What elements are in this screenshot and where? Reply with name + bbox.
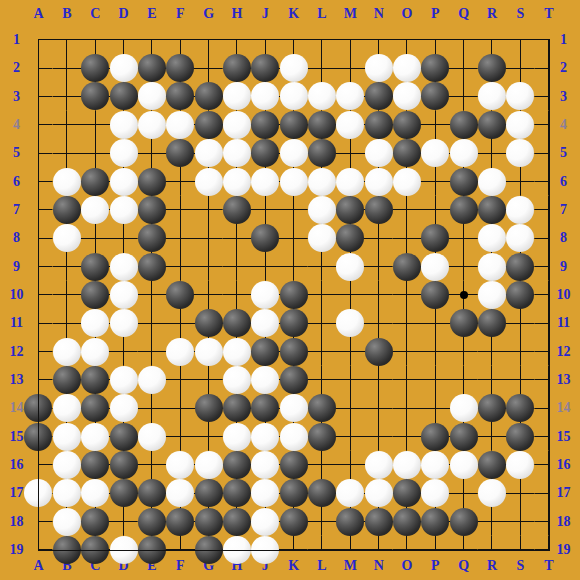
board-point[interactable] xyxy=(364,536,392,564)
board-point[interactable] xyxy=(449,26,477,54)
board-point[interactable] xyxy=(166,252,194,280)
board-point[interactable] xyxy=(279,167,307,195)
board-point[interactable] xyxy=(81,54,109,82)
board-point[interactable] xyxy=(449,479,477,507)
board-point[interactable] xyxy=(279,139,307,167)
board-point[interactable] xyxy=(53,394,81,422)
board-point[interactable] xyxy=(138,111,166,139)
board-point[interactable] xyxy=(251,111,279,139)
board-point[interactable] xyxy=(223,54,251,82)
board-point[interactable] xyxy=(53,507,81,535)
board-point[interactable] xyxy=(449,507,477,535)
board-point[interactable] xyxy=(166,82,194,110)
board-point[interactable] xyxy=(449,309,477,337)
board-point[interactable] xyxy=(421,26,449,54)
board-point[interactable] xyxy=(53,252,81,280)
board-point[interactable] xyxy=(166,54,194,82)
board-point[interactable] xyxy=(506,422,534,450)
board-point[interactable] xyxy=(24,167,52,195)
board-point[interactable] xyxy=(535,536,563,564)
board-point[interactable] xyxy=(364,337,392,365)
board-point[interactable] xyxy=(506,309,534,337)
board-point[interactable] xyxy=(393,252,421,280)
board-point[interactable] xyxy=(251,507,279,535)
board-point[interactable] xyxy=(535,111,563,139)
board-point[interactable] xyxy=(336,479,364,507)
board-point[interactable] xyxy=(506,366,534,394)
board-point[interactable] xyxy=(81,139,109,167)
board-point[interactable] xyxy=(81,422,109,450)
board-point[interactable] xyxy=(506,139,534,167)
board-point[interactable] xyxy=(308,479,336,507)
board-point[interactable] xyxy=(393,167,421,195)
board-point[interactable] xyxy=(308,366,336,394)
board-point[interactable] xyxy=(109,252,137,280)
board-point[interactable] xyxy=(138,366,166,394)
board-point[interactable] xyxy=(81,167,109,195)
board-point[interactable] xyxy=(223,337,251,365)
board-point[interactable] xyxy=(223,82,251,110)
board-point[interactable] xyxy=(393,536,421,564)
board-point[interactable] xyxy=(109,196,137,224)
board-point[interactable] xyxy=(336,26,364,54)
board-point[interactable] xyxy=(393,309,421,337)
board-point[interactable] xyxy=(535,309,563,337)
board-point[interactable] xyxy=(535,167,563,195)
board-point[interactable] xyxy=(194,366,222,394)
board-point[interactable] xyxy=(166,536,194,564)
board-point[interactable] xyxy=(308,167,336,195)
board-point[interactable] xyxy=(53,366,81,394)
board-point[interactable] xyxy=(336,309,364,337)
board-point[interactable] xyxy=(308,337,336,365)
board-point[interactable] xyxy=(194,507,222,535)
board-point[interactable] xyxy=(336,394,364,422)
board-point[interactable] xyxy=(251,366,279,394)
board-point[interactable] xyxy=(478,139,506,167)
board-point[interactable] xyxy=(166,26,194,54)
board-point[interactable] xyxy=(223,309,251,337)
board-point[interactable] xyxy=(109,394,137,422)
board-point[interactable] xyxy=(336,366,364,394)
board-point[interactable] xyxy=(194,139,222,167)
board-point[interactable] xyxy=(393,479,421,507)
board-point[interactable] xyxy=(535,394,563,422)
board-point[interactable] xyxy=(24,309,52,337)
board-point[interactable] xyxy=(535,479,563,507)
board-point[interactable] xyxy=(364,422,392,450)
board-point[interactable] xyxy=(336,224,364,252)
board-point[interactable] xyxy=(535,224,563,252)
board-point[interactable] xyxy=(223,139,251,167)
board-point[interactable] xyxy=(109,337,137,365)
board-point[interactable] xyxy=(194,224,222,252)
board-point[interactable] xyxy=(138,167,166,195)
board-point[interactable] xyxy=(24,252,52,280)
board-point[interactable] xyxy=(109,422,137,450)
board-point[interactable] xyxy=(478,111,506,139)
board-point[interactable] xyxy=(279,54,307,82)
board-point[interactable] xyxy=(138,479,166,507)
board-point[interactable] xyxy=(421,394,449,422)
board-point[interactable] xyxy=(449,451,477,479)
board-point[interactable] xyxy=(478,451,506,479)
board-point[interactable] xyxy=(393,451,421,479)
board-point[interactable] xyxy=(138,224,166,252)
board-point[interactable] xyxy=(194,479,222,507)
board-point[interactable] xyxy=(166,479,194,507)
board-point[interactable] xyxy=(364,111,392,139)
board-point[interactable] xyxy=(364,479,392,507)
board-point[interactable] xyxy=(308,252,336,280)
board-point[interactable] xyxy=(251,451,279,479)
board-point[interactable] xyxy=(24,394,52,422)
board-point[interactable] xyxy=(336,167,364,195)
board-point[interactable] xyxy=(53,111,81,139)
board-point[interactable] xyxy=(251,54,279,82)
board-point[interactable] xyxy=(53,167,81,195)
board-point[interactable] xyxy=(279,337,307,365)
board-point[interactable] xyxy=(166,394,194,422)
board-point[interactable] xyxy=(535,252,563,280)
board-point[interactable] xyxy=(336,536,364,564)
board-point[interactable] xyxy=(81,224,109,252)
board-point[interactable] xyxy=(109,536,137,564)
board-point[interactable] xyxy=(24,54,52,82)
board-point[interactable] xyxy=(421,82,449,110)
board-point[interactable] xyxy=(279,196,307,224)
board-point[interactable] xyxy=(336,451,364,479)
board-point[interactable] xyxy=(535,451,563,479)
board-point[interactable] xyxy=(308,82,336,110)
board-point[interactable] xyxy=(308,394,336,422)
board-point[interactable] xyxy=(194,252,222,280)
board-point[interactable] xyxy=(308,451,336,479)
board-point[interactable] xyxy=(53,309,81,337)
board-point[interactable] xyxy=(138,309,166,337)
board-point[interactable] xyxy=(421,224,449,252)
board-point[interactable] xyxy=(336,139,364,167)
board-point[interactable] xyxy=(364,26,392,54)
board-point[interactable] xyxy=(251,139,279,167)
board-point[interactable] xyxy=(449,252,477,280)
board-point[interactable] xyxy=(81,451,109,479)
board-point[interactable] xyxy=(279,309,307,337)
board-point[interactable] xyxy=(535,281,563,309)
board-point[interactable] xyxy=(506,507,534,535)
board-point[interactable] xyxy=(506,479,534,507)
board-point[interactable] xyxy=(421,309,449,337)
board-point[interactable] xyxy=(279,536,307,564)
board-point[interactable] xyxy=(194,309,222,337)
board-point[interactable] xyxy=(109,507,137,535)
board-point[interactable] xyxy=(81,196,109,224)
board-point[interactable] xyxy=(138,139,166,167)
board-point[interactable] xyxy=(223,507,251,535)
board-point[interactable] xyxy=(478,196,506,224)
board-point[interactable] xyxy=(421,337,449,365)
board-point[interactable] xyxy=(393,196,421,224)
board-point[interactable] xyxy=(279,252,307,280)
board-point[interactable] xyxy=(364,451,392,479)
board-point[interactable] xyxy=(194,82,222,110)
board-point[interactable] xyxy=(223,224,251,252)
board-point[interactable] xyxy=(308,507,336,535)
board-point[interactable] xyxy=(24,224,52,252)
board-point[interactable] xyxy=(308,139,336,167)
board-point[interactable] xyxy=(421,451,449,479)
board-point[interactable] xyxy=(109,281,137,309)
board-point[interactable] xyxy=(364,252,392,280)
board-point[interactable] xyxy=(138,26,166,54)
board-point[interactable] xyxy=(109,309,137,337)
board-point[interactable] xyxy=(109,366,137,394)
board-point[interactable] xyxy=(421,281,449,309)
board-point[interactable] xyxy=(364,309,392,337)
board-point[interactable] xyxy=(81,536,109,564)
board-point[interactable] xyxy=(166,451,194,479)
board-point[interactable] xyxy=(336,337,364,365)
board-point[interactable] xyxy=(308,281,336,309)
board-point[interactable] xyxy=(24,451,52,479)
board-point[interactable] xyxy=(364,139,392,167)
board-point[interactable] xyxy=(109,139,137,167)
board-point[interactable] xyxy=(81,479,109,507)
board-point[interactable] xyxy=(24,26,52,54)
board-point[interactable] xyxy=(421,479,449,507)
board-point[interactable] xyxy=(223,451,251,479)
board-point[interactable] xyxy=(251,479,279,507)
board-point[interactable] xyxy=(449,394,477,422)
board-point[interactable] xyxy=(166,366,194,394)
board-point[interactable] xyxy=(194,281,222,309)
board-point[interactable] xyxy=(251,394,279,422)
board-point[interactable] xyxy=(251,536,279,564)
board-point[interactable] xyxy=(223,536,251,564)
board-point[interactable] xyxy=(223,111,251,139)
board-point[interactable] xyxy=(223,479,251,507)
board-point[interactable] xyxy=(24,536,52,564)
board-point[interactable] xyxy=(194,422,222,450)
board-point[interactable] xyxy=(506,536,534,564)
board-point[interactable] xyxy=(81,337,109,365)
board-point[interactable] xyxy=(251,422,279,450)
board-point[interactable] xyxy=(421,111,449,139)
board-point[interactable] xyxy=(506,281,534,309)
board-point[interactable] xyxy=(308,309,336,337)
board-point[interactable] xyxy=(421,54,449,82)
board-point[interactable] xyxy=(24,422,52,450)
board-point[interactable] xyxy=(53,139,81,167)
board-point[interactable] xyxy=(393,366,421,394)
board-point[interactable] xyxy=(535,422,563,450)
board-point[interactable] xyxy=(506,252,534,280)
board-point[interactable] xyxy=(364,281,392,309)
board-point[interactable] xyxy=(506,54,534,82)
board-point[interactable] xyxy=(535,337,563,365)
board-point[interactable] xyxy=(109,82,137,110)
board-point[interactable] xyxy=(24,281,52,309)
board-point[interactable] xyxy=(81,26,109,54)
board-point[interactable] xyxy=(506,337,534,365)
board-point[interactable] xyxy=(194,111,222,139)
board-point[interactable] xyxy=(449,281,477,309)
board-point[interactable] xyxy=(308,26,336,54)
board-point[interactable] xyxy=(53,422,81,450)
board-point[interactable] xyxy=(166,111,194,139)
board-point[interactable] xyxy=(81,366,109,394)
board-point[interactable] xyxy=(393,507,421,535)
board-point[interactable] xyxy=(478,337,506,365)
board-point[interactable] xyxy=(53,536,81,564)
board-point[interactable] xyxy=(194,394,222,422)
board-point[interactable] xyxy=(279,26,307,54)
board-point[interactable] xyxy=(421,422,449,450)
board-point[interactable] xyxy=(308,224,336,252)
board-point[interactable] xyxy=(535,196,563,224)
board-point[interactable] xyxy=(506,224,534,252)
board-point[interactable] xyxy=(506,196,534,224)
board-point[interactable] xyxy=(251,196,279,224)
board-point[interactable] xyxy=(308,536,336,564)
board-point[interactable] xyxy=(421,139,449,167)
board-point[interactable] xyxy=(81,82,109,110)
board-point[interactable] xyxy=(449,111,477,139)
board-point[interactable] xyxy=(364,366,392,394)
board-point[interactable] xyxy=(364,82,392,110)
board-point[interactable] xyxy=(449,224,477,252)
board-point[interactable] xyxy=(109,451,137,479)
board-point[interactable] xyxy=(393,281,421,309)
board-point[interactable] xyxy=(194,536,222,564)
board-point[interactable] xyxy=(223,422,251,450)
board-point[interactable] xyxy=(478,252,506,280)
board-point[interactable] xyxy=(138,281,166,309)
board-point[interactable] xyxy=(449,366,477,394)
board-point[interactable] xyxy=(194,196,222,224)
board-point[interactable] xyxy=(138,536,166,564)
board-point[interactable] xyxy=(166,167,194,195)
board-point[interactable] xyxy=(251,281,279,309)
board-point[interactable] xyxy=(308,111,336,139)
board-point[interactable] xyxy=(478,167,506,195)
board-point[interactable] xyxy=(53,451,81,479)
board-point[interactable] xyxy=(53,26,81,54)
board-point[interactable] xyxy=(81,394,109,422)
board-point[interactable] xyxy=(279,507,307,535)
board-point[interactable] xyxy=(138,394,166,422)
board-point[interactable] xyxy=(138,451,166,479)
board-point[interactable] xyxy=(478,309,506,337)
board-point[interactable] xyxy=(478,479,506,507)
board-point[interactable] xyxy=(223,196,251,224)
board-point[interactable] xyxy=(478,281,506,309)
board-point[interactable] xyxy=(194,337,222,365)
board-point[interactable] xyxy=(336,281,364,309)
board-point[interactable] xyxy=(279,111,307,139)
board-point[interactable] xyxy=(421,196,449,224)
board-point[interactable] xyxy=(53,196,81,224)
board-point[interactable] xyxy=(53,337,81,365)
board-point[interactable] xyxy=(138,422,166,450)
board-point[interactable] xyxy=(506,394,534,422)
board-point[interactable] xyxy=(251,252,279,280)
board-point[interactable] xyxy=(53,224,81,252)
board-point[interactable] xyxy=(223,252,251,280)
board-point[interactable] xyxy=(53,54,81,82)
board-point[interactable] xyxy=(109,111,137,139)
board-point[interactable] xyxy=(24,82,52,110)
board-point[interactable] xyxy=(166,337,194,365)
board-point[interactable] xyxy=(24,366,52,394)
board-point[interactable] xyxy=(24,479,52,507)
board-point[interactable] xyxy=(223,26,251,54)
board-point[interactable] xyxy=(336,422,364,450)
board-point[interactable] xyxy=(166,507,194,535)
board-point[interactable] xyxy=(223,281,251,309)
board-point[interactable] xyxy=(535,507,563,535)
board-point[interactable] xyxy=(393,82,421,110)
board-point[interactable] xyxy=(393,394,421,422)
board-point[interactable] xyxy=(393,224,421,252)
board-point[interactable] xyxy=(364,167,392,195)
board-point[interactable] xyxy=(138,196,166,224)
board-point[interactable] xyxy=(478,366,506,394)
board-point[interactable] xyxy=(24,139,52,167)
board-point[interactable] xyxy=(364,54,392,82)
board-point[interactable] xyxy=(194,451,222,479)
board-point[interactable] xyxy=(109,479,137,507)
board-point[interactable] xyxy=(336,196,364,224)
board-point[interactable] xyxy=(251,167,279,195)
board-point[interactable] xyxy=(109,26,137,54)
board-point[interactable] xyxy=(421,507,449,535)
board-point[interactable] xyxy=(53,82,81,110)
board-point[interactable] xyxy=(393,26,421,54)
board-point[interactable] xyxy=(24,196,52,224)
board-point[interactable] xyxy=(223,167,251,195)
board-point[interactable] xyxy=(421,167,449,195)
board-point[interactable] xyxy=(279,224,307,252)
board-point[interactable] xyxy=(364,224,392,252)
board-point[interactable] xyxy=(194,26,222,54)
board-point[interactable] xyxy=(506,82,534,110)
board-point[interactable] xyxy=(138,82,166,110)
board-point[interactable] xyxy=(478,224,506,252)
board-point[interactable] xyxy=(478,26,506,54)
board-point[interactable] xyxy=(81,111,109,139)
board-point[interactable] xyxy=(138,507,166,535)
board-point[interactable] xyxy=(279,422,307,450)
board-point[interactable] xyxy=(506,451,534,479)
board-point[interactable] xyxy=(478,82,506,110)
board-point[interactable] xyxy=(535,82,563,110)
board-point[interactable] xyxy=(251,337,279,365)
board-point[interactable] xyxy=(81,507,109,535)
board-point[interactable] xyxy=(279,82,307,110)
board-point[interactable] xyxy=(364,196,392,224)
board-point[interactable] xyxy=(166,139,194,167)
board-point[interactable] xyxy=(166,422,194,450)
board-point[interactable] xyxy=(449,422,477,450)
board-point[interactable] xyxy=(449,167,477,195)
board-point[interactable] xyxy=(251,82,279,110)
board-point[interactable] xyxy=(308,54,336,82)
board-point[interactable] xyxy=(449,337,477,365)
board-point[interactable] xyxy=(279,479,307,507)
board-point[interactable] xyxy=(138,54,166,82)
board-point[interactable] xyxy=(421,366,449,394)
